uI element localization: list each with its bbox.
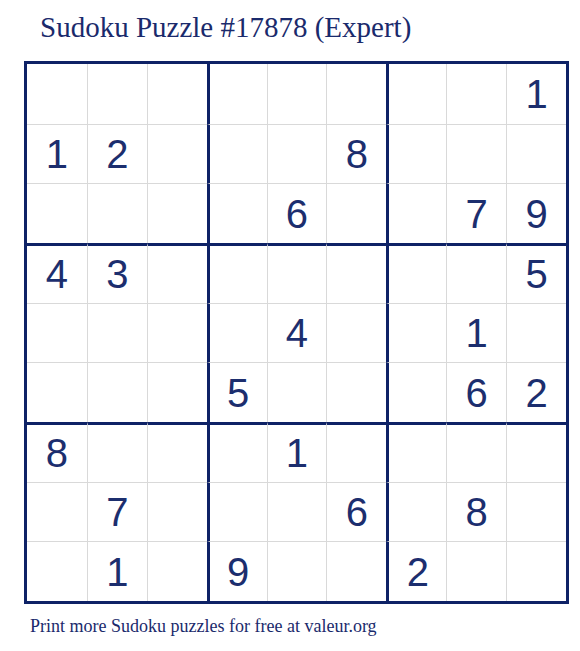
cell-r9c6[interactable] xyxy=(326,541,386,601)
cell-r5c6[interactable] xyxy=(326,303,386,363)
cell-r2c2-given: 2 xyxy=(87,124,147,184)
cell-r8c6-given: 6 xyxy=(326,482,386,542)
cell-r4c7[interactable] xyxy=(386,243,446,303)
cell-r3c7[interactable] xyxy=(386,183,446,243)
cell-r1c3[interactable] xyxy=(147,64,207,124)
cell-r6c7[interactable] xyxy=(386,362,446,422)
cell-r3c4[interactable] xyxy=(207,183,267,243)
cell-r1c8[interactable] xyxy=(446,64,506,124)
cell-r2c1-given: 1 xyxy=(27,124,87,184)
cell-r3c2[interactable] xyxy=(87,183,147,243)
cell-r2c4[interactable] xyxy=(207,124,267,184)
cell-r9c7-given: 2 xyxy=(386,541,446,601)
cell-r7c7[interactable] xyxy=(386,422,446,482)
cell-r8c4[interactable] xyxy=(207,482,267,542)
cell-r3c1[interactable] xyxy=(27,183,87,243)
cell-r4c9-given: 5 xyxy=(506,243,566,303)
cell-r1c4[interactable] xyxy=(207,64,267,124)
cell-r3c5-given: 6 xyxy=(267,183,327,243)
cell-r2c5[interactable] xyxy=(267,124,327,184)
cell-r7c5-given: 1 xyxy=(267,422,327,482)
cell-r5c3[interactable] xyxy=(147,303,207,363)
cell-r9c2-given: 1 xyxy=(87,541,147,601)
cell-r7c8[interactable] xyxy=(446,422,506,482)
cell-r9c8[interactable] xyxy=(446,541,506,601)
cell-r7c4[interactable] xyxy=(207,422,267,482)
cell-r5c4[interactable] xyxy=(207,303,267,363)
cell-r2c6-given: 8 xyxy=(326,124,386,184)
cell-r1c5[interactable] xyxy=(267,64,327,124)
cell-r7c6[interactable] xyxy=(326,422,386,482)
cell-r5c2[interactable] xyxy=(87,303,147,363)
cell-r4c3[interactable] xyxy=(147,243,207,303)
cell-r6c9-given: 2 xyxy=(506,362,566,422)
cell-r3c6[interactable] xyxy=(326,183,386,243)
sudoku-page: Sudoku Puzzle #17878 (Expert) 1128679435… xyxy=(0,0,580,651)
cell-r9c1[interactable] xyxy=(27,541,87,601)
cell-r9c3[interactable] xyxy=(147,541,207,601)
cell-r2c7[interactable] xyxy=(386,124,446,184)
footer-text: Print more Sudoku puzzles for free at va… xyxy=(30,616,377,637)
cell-r5c9[interactable] xyxy=(506,303,566,363)
cell-r4c5[interactable] xyxy=(267,243,327,303)
cell-r2c9[interactable] xyxy=(506,124,566,184)
cell-r6c3[interactable] xyxy=(147,362,207,422)
cell-r8c5[interactable] xyxy=(267,482,327,542)
cell-r7c3[interactable] xyxy=(147,422,207,482)
cell-r7c1-given: 8 xyxy=(27,422,87,482)
cell-r1c9-given: 1 xyxy=(506,64,566,124)
cell-r4c1-given: 4 xyxy=(27,243,87,303)
cell-r6c5[interactable] xyxy=(267,362,327,422)
cell-r7c9[interactable] xyxy=(506,422,566,482)
cell-r5c8-given: 1 xyxy=(446,303,506,363)
cell-r8c1[interactable] xyxy=(27,482,87,542)
cell-r2c8[interactable] xyxy=(446,124,506,184)
cell-r8c3[interactable] xyxy=(147,482,207,542)
cell-r3c9-given: 9 xyxy=(506,183,566,243)
cell-r4c8[interactable] xyxy=(446,243,506,303)
cell-r4c2-given: 3 xyxy=(87,243,147,303)
cell-r1c2[interactable] xyxy=(87,64,147,124)
cell-r8c9[interactable] xyxy=(506,482,566,542)
cell-r6c1[interactable] xyxy=(27,362,87,422)
cell-r6c2[interactable] xyxy=(87,362,147,422)
cell-r1c1[interactable] xyxy=(27,64,87,124)
cell-r3c3[interactable] xyxy=(147,183,207,243)
cell-r7c2[interactable] xyxy=(87,422,147,482)
cell-r6c8-given: 6 xyxy=(446,362,506,422)
cell-r8c7[interactable] xyxy=(386,482,446,542)
cell-r5c7[interactable] xyxy=(386,303,446,363)
cell-r4c4[interactable] xyxy=(207,243,267,303)
cell-r8c2-given: 7 xyxy=(87,482,147,542)
sudoku-board: 11286794354156281768192 xyxy=(24,61,569,604)
cell-r3c8-given: 7 xyxy=(446,183,506,243)
page-title: Sudoku Puzzle #17878 (Expert) xyxy=(40,11,411,44)
cell-r4c6[interactable] xyxy=(326,243,386,303)
cell-r5c5-given: 4 xyxy=(267,303,327,363)
cell-r1c7[interactable] xyxy=(386,64,446,124)
cell-r9c9[interactable] xyxy=(506,541,566,601)
cell-r8c8-given: 8 xyxy=(446,482,506,542)
cell-r6c4-given: 5 xyxy=(207,362,267,422)
cell-r5c1[interactable] xyxy=(27,303,87,363)
cell-r1c6[interactable] xyxy=(326,64,386,124)
cell-r9c4-given: 9 xyxy=(207,541,267,601)
cell-r2c3[interactable] xyxy=(147,124,207,184)
cell-r9c5[interactable] xyxy=(267,541,327,601)
cell-r6c6[interactable] xyxy=(326,362,386,422)
